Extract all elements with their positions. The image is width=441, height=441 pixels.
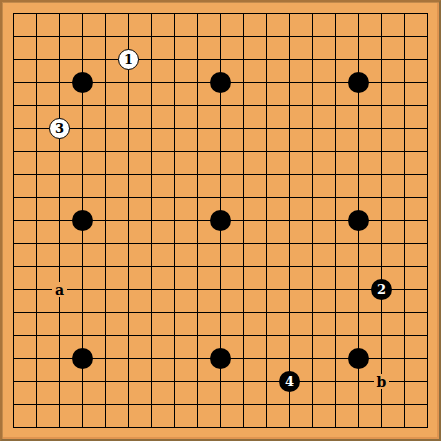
intersection-R3[interactable]: b xyxy=(370,370,393,393)
intersection-Q13[interactable] xyxy=(347,140,370,163)
intersection-E10[interactable] xyxy=(94,209,117,232)
intersection-D8[interactable] xyxy=(71,255,94,278)
intersection-E1[interactable] xyxy=(94,416,117,439)
intersection-K3[interactable] xyxy=(209,370,232,393)
intersection-P11[interactable] xyxy=(324,186,347,209)
intersection-S14[interactable] xyxy=(393,117,416,140)
intersection-G7[interactable] xyxy=(140,278,163,301)
intersection-Q15[interactable] xyxy=(347,94,370,117)
intersection-T9[interactable] xyxy=(416,232,439,255)
intersection-O11[interactable] xyxy=(301,186,324,209)
intersection-O17[interactable] xyxy=(301,48,324,71)
intersection-D9[interactable] xyxy=(71,232,94,255)
intersection-H10[interactable] xyxy=(163,209,186,232)
intersection-A5[interactable] xyxy=(2,324,25,347)
intersection-T12[interactable] xyxy=(416,163,439,186)
intersection-Q12[interactable] xyxy=(347,163,370,186)
intersection-Q2[interactable] xyxy=(347,393,370,416)
intersection-O13[interactable] xyxy=(301,140,324,163)
intersection-T15[interactable] xyxy=(416,94,439,117)
intersection-S9[interactable] xyxy=(393,232,416,255)
intersection-D17[interactable] xyxy=(71,48,94,71)
intersection-G15[interactable] xyxy=(140,94,163,117)
intersection-J8[interactable] xyxy=(186,255,209,278)
intersection-L2[interactable] xyxy=(232,393,255,416)
intersection-E17[interactable] xyxy=(94,48,117,71)
intersection-H9[interactable] xyxy=(163,232,186,255)
intersection-B10[interactable] xyxy=(25,209,48,232)
intersection-B12[interactable] xyxy=(25,163,48,186)
intersection-N8[interactable] xyxy=(278,255,301,278)
intersection-D14[interactable] xyxy=(71,117,94,140)
intersection-F11[interactable] xyxy=(117,186,140,209)
intersection-L7[interactable] xyxy=(232,278,255,301)
intersection-L9[interactable] xyxy=(232,232,255,255)
intersection-J13[interactable] xyxy=(186,140,209,163)
intersection-C7[interactable]: a xyxy=(48,278,71,301)
intersection-D18[interactable] xyxy=(71,25,94,48)
intersection-K2[interactable] xyxy=(209,393,232,416)
intersection-P10[interactable] xyxy=(324,209,347,232)
intersection-A17[interactable] xyxy=(2,48,25,71)
intersection-O4[interactable] xyxy=(301,347,324,370)
intersection-S3[interactable] xyxy=(393,370,416,393)
intersection-H8[interactable] xyxy=(163,255,186,278)
intersection-K5[interactable] xyxy=(209,324,232,347)
intersection-O16[interactable] xyxy=(301,71,324,94)
intersection-G5[interactable] xyxy=(140,324,163,347)
intersection-D7[interactable] xyxy=(71,278,94,301)
intersection-F16[interactable] xyxy=(117,71,140,94)
intersection-C13[interactable] xyxy=(48,140,71,163)
intersection-S17[interactable] xyxy=(393,48,416,71)
intersection-Q1[interactable] xyxy=(347,416,370,439)
intersection-D16[interactable] xyxy=(71,71,94,94)
intersection-A7[interactable] xyxy=(2,278,25,301)
intersection-K19[interactable] xyxy=(209,2,232,25)
intersection-K13[interactable] xyxy=(209,140,232,163)
intersection-K11[interactable] xyxy=(209,186,232,209)
intersection-R15[interactable] xyxy=(370,94,393,117)
intersection-D3[interactable] xyxy=(71,370,94,393)
intersection-K15[interactable] xyxy=(209,94,232,117)
intersection-L5[interactable] xyxy=(232,324,255,347)
intersection-Q5[interactable] xyxy=(347,324,370,347)
intersection-P13[interactable] xyxy=(324,140,347,163)
intersection-T7[interactable] xyxy=(416,278,439,301)
intersection-M7[interactable] xyxy=(255,278,278,301)
intersection-C11[interactable] xyxy=(48,186,71,209)
intersection-M2[interactable] xyxy=(255,393,278,416)
intersection-M19[interactable] xyxy=(255,2,278,25)
intersection-T17[interactable] xyxy=(416,48,439,71)
intersection-O7[interactable] xyxy=(301,278,324,301)
intersection-G18[interactable] xyxy=(140,25,163,48)
intersection-O12[interactable] xyxy=(301,163,324,186)
intersection-C2[interactable] xyxy=(48,393,71,416)
intersection-D15[interactable] xyxy=(71,94,94,117)
intersection-Q9[interactable] xyxy=(347,232,370,255)
intersection-H15[interactable] xyxy=(163,94,186,117)
intersection-E13[interactable] xyxy=(94,140,117,163)
intersection-N13[interactable] xyxy=(278,140,301,163)
intersection-F7[interactable] xyxy=(117,278,140,301)
intersection-G6[interactable] xyxy=(140,301,163,324)
intersection-R5[interactable] xyxy=(370,324,393,347)
intersection-A18[interactable] xyxy=(2,25,25,48)
intersection-M18[interactable] xyxy=(255,25,278,48)
intersection-N5[interactable] xyxy=(278,324,301,347)
intersection-S2[interactable] xyxy=(393,393,416,416)
intersection-F5[interactable] xyxy=(117,324,140,347)
intersection-H12[interactable] xyxy=(163,163,186,186)
intersection-F14[interactable] xyxy=(117,117,140,140)
intersection-K4[interactable] xyxy=(209,347,232,370)
intersection-T3[interactable] xyxy=(416,370,439,393)
intersection-J1[interactable] xyxy=(186,416,209,439)
intersection-T5[interactable] xyxy=(416,324,439,347)
intersection-F4[interactable] xyxy=(117,347,140,370)
intersection-E9[interactable] xyxy=(94,232,117,255)
intersection-E12[interactable] xyxy=(94,163,117,186)
intersection-T10[interactable] xyxy=(416,209,439,232)
intersection-M9[interactable] xyxy=(255,232,278,255)
intersection-B15[interactable] xyxy=(25,94,48,117)
intersection-Q19[interactable] xyxy=(347,2,370,25)
intersection-T11[interactable] xyxy=(416,186,439,209)
intersection-F9[interactable] xyxy=(117,232,140,255)
intersection-H13[interactable] xyxy=(163,140,186,163)
intersection-S19[interactable] xyxy=(393,2,416,25)
intersection-J9[interactable] xyxy=(186,232,209,255)
intersection-J17[interactable] xyxy=(186,48,209,71)
intersection-J18[interactable] xyxy=(186,25,209,48)
intersection-D13[interactable] xyxy=(71,140,94,163)
intersection-J11[interactable] xyxy=(186,186,209,209)
intersection-T18[interactable] xyxy=(416,25,439,48)
intersection-P15[interactable] xyxy=(324,94,347,117)
intersection-N1[interactable] xyxy=(278,416,301,439)
intersection-D5[interactable] xyxy=(71,324,94,347)
intersection-S5[interactable] xyxy=(393,324,416,347)
intersection-M13[interactable] xyxy=(255,140,278,163)
intersection-C18[interactable] xyxy=(48,25,71,48)
intersection-B1[interactable] xyxy=(25,416,48,439)
intersection-G14[interactable] xyxy=(140,117,163,140)
intersection-T4[interactable] xyxy=(416,347,439,370)
intersection-Q8[interactable] xyxy=(347,255,370,278)
intersection-G13[interactable] xyxy=(140,140,163,163)
intersection-A2[interactable] xyxy=(2,393,25,416)
intersection-G10[interactable] xyxy=(140,209,163,232)
intersection-T8[interactable] xyxy=(416,255,439,278)
intersection-O5[interactable] xyxy=(301,324,324,347)
intersection-L3[interactable] xyxy=(232,370,255,393)
intersection-C14[interactable]: 3 xyxy=(48,117,71,140)
intersection-H6[interactable] xyxy=(163,301,186,324)
intersection-R7[interactable]: 2 xyxy=(370,278,393,301)
intersection-N17[interactable] xyxy=(278,48,301,71)
intersection-F8[interactable] xyxy=(117,255,140,278)
intersection-T2[interactable] xyxy=(416,393,439,416)
intersection-N4[interactable] xyxy=(278,347,301,370)
intersection-K16[interactable] xyxy=(209,71,232,94)
intersection-F15[interactable] xyxy=(117,94,140,117)
intersection-P9[interactable] xyxy=(324,232,347,255)
intersection-A13[interactable] xyxy=(2,140,25,163)
intersection-R6[interactable] xyxy=(370,301,393,324)
intersection-K18[interactable] xyxy=(209,25,232,48)
intersection-G3[interactable] xyxy=(140,370,163,393)
intersection-Q11[interactable] xyxy=(347,186,370,209)
intersection-H14[interactable] xyxy=(163,117,186,140)
intersection-C8[interactable] xyxy=(48,255,71,278)
intersection-J2[interactable] xyxy=(186,393,209,416)
intersection-K6[interactable] xyxy=(209,301,232,324)
intersection-M10[interactable] xyxy=(255,209,278,232)
intersection-Q3[interactable] xyxy=(347,370,370,393)
intersection-F2[interactable] xyxy=(117,393,140,416)
intersection-P14[interactable] xyxy=(324,117,347,140)
intersection-J15[interactable] xyxy=(186,94,209,117)
intersection-T1[interactable] xyxy=(416,416,439,439)
intersection-D19[interactable] xyxy=(71,2,94,25)
intersection-C9[interactable] xyxy=(48,232,71,255)
intersection-A9[interactable] xyxy=(2,232,25,255)
intersection-E15[interactable] xyxy=(94,94,117,117)
intersection-J12[interactable] xyxy=(186,163,209,186)
intersection-M15[interactable] xyxy=(255,94,278,117)
intersection-O6[interactable] xyxy=(301,301,324,324)
intersection-J3[interactable] xyxy=(186,370,209,393)
intersection-L14[interactable] xyxy=(232,117,255,140)
intersection-J10[interactable] xyxy=(186,209,209,232)
intersection-S7[interactable] xyxy=(393,278,416,301)
intersection-C5[interactable] xyxy=(48,324,71,347)
intersection-B18[interactable] xyxy=(25,25,48,48)
intersection-O3[interactable] xyxy=(301,370,324,393)
intersection-R16[interactable] xyxy=(370,71,393,94)
intersection-F1[interactable] xyxy=(117,416,140,439)
intersection-F6[interactable] xyxy=(117,301,140,324)
intersection-L15[interactable] xyxy=(232,94,255,117)
intersection-S18[interactable] xyxy=(393,25,416,48)
intersection-L11[interactable] xyxy=(232,186,255,209)
intersection-S12[interactable] xyxy=(393,163,416,186)
intersection-G9[interactable] xyxy=(140,232,163,255)
intersection-C12[interactable] xyxy=(48,163,71,186)
intersection-B8[interactable] xyxy=(25,255,48,278)
intersection-C3[interactable] xyxy=(48,370,71,393)
intersection-N15[interactable] xyxy=(278,94,301,117)
intersection-G8[interactable] xyxy=(140,255,163,278)
intersection-S4[interactable] xyxy=(393,347,416,370)
intersection-B13[interactable] xyxy=(25,140,48,163)
intersection-J14[interactable] xyxy=(186,117,209,140)
intersection-H7[interactable] xyxy=(163,278,186,301)
intersection-L18[interactable] xyxy=(232,25,255,48)
intersection-F18[interactable] xyxy=(117,25,140,48)
intersection-O18[interactable] xyxy=(301,25,324,48)
intersection-S13[interactable] xyxy=(393,140,416,163)
intersection-G17[interactable] xyxy=(140,48,163,71)
intersection-G2[interactable] xyxy=(140,393,163,416)
intersection-H1[interactable] xyxy=(163,416,186,439)
intersection-A12[interactable] xyxy=(2,163,25,186)
intersection-A19[interactable] xyxy=(2,2,25,25)
intersection-R17[interactable] xyxy=(370,48,393,71)
intersection-N7[interactable] xyxy=(278,278,301,301)
intersection-J6[interactable] xyxy=(186,301,209,324)
intersection-D2[interactable] xyxy=(71,393,94,416)
intersection-N18[interactable] xyxy=(278,25,301,48)
intersection-T13[interactable] xyxy=(416,140,439,163)
intersection-P6[interactable] xyxy=(324,301,347,324)
intersection-B16[interactable] xyxy=(25,71,48,94)
intersection-C17[interactable] xyxy=(48,48,71,71)
intersection-M14[interactable] xyxy=(255,117,278,140)
intersection-J5[interactable] xyxy=(186,324,209,347)
intersection-R4[interactable] xyxy=(370,347,393,370)
intersection-L13[interactable] xyxy=(232,140,255,163)
intersection-H16[interactable] xyxy=(163,71,186,94)
intersection-J16[interactable] xyxy=(186,71,209,94)
intersection-M5[interactable] xyxy=(255,324,278,347)
intersection-S16[interactable] xyxy=(393,71,416,94)
intersection-J19[interactable] xyxy=(186,2,209,25)
intersection-P7[interactable] xyxy=(324,278,347,301)
intersection-G16[interactable] xyxy=(140,71,163,94)
intersection-E11[interactable] xyxy=(94,186,117,209)
intersection-R19[interactable] xyxy=(370,2,393,25)
intersection-N16[interactable] xyxy=(278,71,301,94)
intersection-N11[interactable] xyxy=(278,186,301,209)
intersection-B19[interactable] xyxy=(25,2,48,25)
intersection-K14[interactable] xyxy=(209,117,232,140)
intersection-O9[interactable] xyxy=(301,232,324,255)
intersection-M6[interactable] xyxy=(255,301,278,324)
intersection-B9[interactable] xyxy=(25,232,48,255)
intersection-M16[interactable] xyxy=(255,71,278,94)
intersection-B5[interactable] xyxy=(25,324,48,347)
intersection-J4[interactable] xyxy=(186,347,209,370)
intersection-B14[interactable] xyxy=(25,117,48,140)
intersection-O15[interactable] xyxy=(301,94,324,117)
intersection-A11[interactable] xyxy=(2,186,25,209)
intersection-F12[interactable] xyxy=(117,163,140,186)
intersection-P18[interactable] xyxy=(324,25,347,48)
intersection-R10[interactable] xyxy=(370,209,393,232)
intersection-P19[interactable] xyxy=(324,2,347,25)
intersection-M3[interactable] xyxy=(255,370,278,393)
intersection-A10[interactable] xyxy=(2,209,25,232)
intersection-K1[interactable] xyxy=(209,416,232,439)
intersection-N2[interactable] xyxy=(278,393,301,416)
intersection-O14[interactable] xyxy=(301,117,324,140)
intersection-A16[interactable] xyxy=(2,71,25,94)
intersection-C10[interactable] xyxy=(48,209,71,232)
intersection-R1[interactable] xyxy=(370,416,393,439)
intersection-H19[interactable] xyxy=(163,2,186,25)
intersection-L4[interactable] xyxy=(232,347,255,370)
intersection-R14[interactable] xyxy=(370,117,393,140)
intersection-P16[interactable] xyxy=(324,71,347,94)
intersection-A15[interactable] xyxy=(2,94,25,117)
intersection-F10[interactable] xyxy=(117,209,140,232)
intersection-E6[interactable] xyxy=(94,301,117,324)
intersection-L12[interactable] xyxy=(232,163,255,186)
intersection-E19[interactable] xyxy=(94,2,117,25)
intersection-C4[interactable] xyxy=(48,347,71,370)
intersection-N9[interactable] xyxy=(278,232,301,255)
intersection-F3[interactable] xyxy=(117,370,140,393)
intersection-D6[interactable] xyxy=(71,301,94,324)
intersection-L17[interactable] xyxy=(232,48,255,71)
intersection-O8[interactable] xyxy=(301,255,324,278)
intersection-L19[interactable] xyxy=(232,2,255,25)
intersection-K7[interactable] xyxy=(209,278,232,301)
intersection-H18[interactable] xyxy=(163,25,186,48)
intersection-F13[interactable] xyxy=(117,140,140,163)
intersection-P17[interactable] xyxy=(324,48,347,71)
intersection-T6[interactable] xyxy=(416,301,439,324)
intersection-E16[interactable] xyxy=(94,71,117,94)
intersection-C1[interactable] xyxy=(48,416,71,439)
intersection-O19[interactable] xyxy=(301,2,324,25)
intersection-N6[interactable] xyxy=(278,301,301,324)
intersection-C15[interactable] xyxy=(48,94,71,117)
intersection-S8[interactable] xyxy=(393,255,416,278)
intersection-E5[interactable] xyxy=(94,324,117,347)
intersection-S11[interactable] xyxy=(393,186,416,209)
intersection-K9[interactable] xyxy=(209,232,232,255)
intersection-G12[interactable] xyxy=(140,163,163,186)
intersection-A6[interactable] xyxy=(2,301,25,324)
intersection-D11[interactable] xyxy=(71,186,94,209)
intersection-F17[interactable]: 1 xyxy=(117,48,140,71)
intersection-M12[interactable] xyxy=(255,163,278,186)
intersection-Q7[interactable] xyxy=(347,278,370,301)
intersection-G1[interactable] xyxy=(140,416,163,439)
intersection-R9[interactable] xyxy=(370,232,393,255)
intersection-T19[interactable] xyxy=(416,2,439,25)
intersection-B11[interactable] xyxy=(25,186,48,209)
intersection-Q6[interactable] xyxy=(347,301,370,324)
intersection-Q14[interactable] xyxy=(347,117,370,140)
intersection-M8[interactable] xyxy=(255,255,278,278)
intersection-K8[interactable] xyxy=(209,255,232,278)
intersection-B3[interactable] xyxy=(25,370,48,393)
intersection-S6[interactable] xyxy=(393,301,416,324)
intersection-G11[interactable] xyxy=(140,186,163,209)
intersection-K10[interactable] xyxy=(209,209,232,232)
intersection-H3[interactable] xyxy=(163,370,186,393)
intersection-T14[interactable] xyxy=(416,117,439,140)
intersection-B7[interactable] xyxy=(25,278,48,301)
intersection-L8[interactable] xyxy=(232,255,255,278)
intersection-L6[interactable] xyxy=(232,301,255,324)
intersection-D12[interactable] xyxy=(71,163,94,186)
intersection-P12[interactable] xyxy=(324,163,347,186)
intersection-N14[interactable] xyxy=(278,117,301,140)
intersection-A4[interactable] xyxy=(2,347,25,370)
intersection-R11[interactable] xyxy=(370,186,393,209)
intersection-Q16[interactable] xyxy=(347,71,370,94)
intersection-B4[interactable] xyxy=(25,347,48,370)
intersection-B2[interactable] xyxy=(25,393,48,416)
intersection-Q18[interactable] xyxy=(347,25,370,48)
intersection-G19[interactable] xyxy=(140,2,163,25)
